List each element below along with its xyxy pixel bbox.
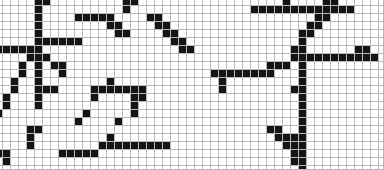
grid-cell-empty[interactable]: [363, 94, 371, 102]
grid-cell-empty[interactable]: [83, 126, 91, 134]
grid-cell-empty[interactable]: [307, 86, 315, 94]
grid-cell-filled[interactable]: [19, 62, 27, 70]
grid-cell-filled[interactable]: [347, 6, 355, 14]
grid-cell-empty[interactable]: [347, 150, 355, 158]
grid-cell-empty[interactable]: [355, 6, 363, 14]
grid-cell-empty[interactable]: [155, 126, 163, 134]
grid-cell-empty[interactable]: [27, 6, 35, 14]
grid-cell-empty[interactable]: [91, 62, 99, 70]
grid-cell-filled[interactable]: [355, 54, 363, 62]
grid-cell-empty[interactable]: [163, 158, 171, 166]
grid-cell-empty[interactable]: [3, 6, 11, 14]
grid-cell-empty[interactable]: [83, 134, 91, 142]
grid-cell-empty[interactable]: [195, 150, 203, 158]
grid-cell-filled[interactable]: [275, 126, 283, 134]
grid-cell-empty[interactable]: [75, 110, 83, 118]
grid-cell-empty[interactable]: [83, 54, 91, 62]
grid-cell-empty[interactable]: [27, 78, 35, 86]
grid-cell-empty[interactable]: [355, 126, 363, 134]
grid-cell-empty[interactable]: [147, 166, 155, 170]
grid-cell-empty[interactable]: [139, 158, 147, 166]
grid-cell-empty[interactable]: [155, 102, 163, 110]
grid-cell-empty[interactable]: [339, 134, 347, 142]
grid-cell-empty[interactable]: [67, 70, 75, 78]
grid-cell-empty[interactable]: [283, 78, 291, 86]
grid-cell-empty[interactable]: [19, 134, 27, 142]
grid-cell-empty[interactable]: [155, 78, 163, 86]
grid-cell-filled[interactable]: [323, 54, 331, 62]
grid-cell-empty[interactable]: [75, 94, 83, 102]
grid-cell-empty[interactable]: [323, 142, 331, 150]
grid-cell-filled[interactable]: [235, 70, 243, 78]
grid-cell-empty[interactable]: [235, 62, 243, 70]
grid-cell-filled[interactable]: [67, 150, 75, 158]
grid-cell-empty[interactable]: [275, 110, 283, 118]
grid-cell-filled[interactable]: [131, 110, 139, 118]
grid-cell-empty[interactable]: [83, 102, 91, 110]
grid-cell-empty[interactable]: [323, 62, 331, 70]
grid-cell-filled[interactable]: [107, 78, 115, 86]
grid-cell-empty[interactable]: [51, 6, 59, 14]
grid-cell-empty[interactable]: [371, 22, 379, 30]
grid-cell-empty[interactable]: [43, 70, 51, 78]
grid-cell-empty[interactable]: [379, 94, 384, 102]
grid-cell-filled[interactable]: [291, 46, 299, 54]
grid-cell-empty[interactable]: [115, 38, 123, 46]
grid-cell-empty[interactable]: [259, 46, 267, 54]
grid-cell-empty[interactable]: [11, 30, 19, 38]
grid-cell-empty[interactable]: [131, 54, 139, 62]
grid-cell-empty[interactable]: [219, 46, 227, 54]
grid-cell-empty[interactable]: [339, 70, 347, 78]
grid-cell-empty[interactable]: [155, 166, 163, 170]
grid-cell-empty[interactable]: [243, 62, 251, 70]
grid-cell-empty[interactable]: [283, 22, 291, 30]
grid-cell-empty[interactable]: [179, 166, 187, 170]
grid-cell-empty[interactable]: [179, 6, 187, 14]
grid-cell-filled[interactable]: [259, 6, 267, 14]
grid-cell-empty[interactable]: [331, 150, 339, 158]
grid-cell-empty[interactable]: [107, 38, 115, 46]
grid-cell-filled[interactable]: [107, 14, 115, 22]
grid-cell-empty[interactable]: [227, 14, 235, 22]
grid-cell-empty[interactable]: [347, 22, 355, 30]
grid-cell-empty[interactable]: [171, 158, 179, 166]
grid-cell-empty[interactable]: [211, 86, 219, 94]
grid-cell-filled[interactable]: [291, 86, 299, 94]
grid-cell-empty[interactable]: [155, 6, 163, 14]
grid-cell-empty[interactable]: [219, 102, 227, 110]
grid-cell-empty[interactable]: [235, 110, 243, 118]
grid-cell-empty[interactable]: [99, 118, 107, 126]
grid-cell-empty[interactable]: [251, 54, 259, 62]
grid-cell-empty[interactable]: [235, 54, 243, 62]
grid-cell-empty[interactable]: [227, 46, 235, 54]
grid-cell-empty[interactable]: [91, 134, 99, 142]
grid-cell-empty[interactable]: [19, 166, 27, 170]
grid-cell-empty[interactable]: [139, 38, 147, 46]
grid-cell-filled[interactable]: [67, 38, 75, 46]
grid-cell-filled[interactable]: [91, 150, 99, 158]
grid-cell-filled[interactable]: [83, 150, 91, 158]
grid-cell-empty[interactable]: [171, 54, 179, 62]
grid-cell-empty[interactable]: [339, 62, 347, 70]
grid-cell-filled[interactable]: [3, 150, 11, 158]
grid-cell-empty[interactable]: [227, 94, 235, 102]
grid-cell-empty[interactable]: [371, 46, 379, 54]
grid-cell-empty[interactable]: [315, 70, 323, 78]
grid-cell-empty[interactable]: [67, 78, 75, 86]
grid-cell-empty[interactable]: [75, 30, 83, 38]
grid-cell-empty[interactable]: [91, 22, 99, 30]
grid-cell-empty[interactable]: [211, 46, 219, 54]
grid-cell-empty[interactable]: [283, 38, 291, 46]
grid-cell-empty[interactable]: [35, 118, 43, 126]
grid-cell-empty[interactable]: [99, 70, 107, 78]
grid-cell-empty[interactable]: [235, 6, 243, 14]
grid-cell-empty[interactable]: [27, 14, 35, 22]
grid-cell-empty[interactable]: [291, 38, 299, 46]
grid-cell-empty[interactable]: [163, 62, 171, 70]
grid-cell-empty[interactable]: [251, 142, 259, 150]
grid-cell-filled[interactable]: [251, 70, 259, 78]
grid-cell-empty[interactable]: [347, 62, 355, 70]
grid-cell-empty[interactable]: [251, 62, 259, 70]
grid-cell-empty[interactable]: [3, 38, 11, 46]
grid-cell-empty[interactable]: [267, 94, 275, 102]
grid-cell-empty[interactable]: [139, 166, 147, 170]
grid-cell-filled[interactable]: [59, 38, 67, 46]
grid-cell-empty[interactable]: [195, 94, 203, 102]
grid-cell-empty[interactable]: [11, 158, 19, 166]
grid-cell-filled[interactable]: [27, 142, 35, 150]
grid-cell-filled[interactable]: [35, 30, 43, 38]
grid-cell-empty[interactable]: [275, 158, 283, 166]
grid-cell-empty[interactable]: [379, 158, 384, 166]
grid-cell-empty[interactable]: [171, 110, 179, 118]
grid-cell-empty[interactable]: [155, 110, 163, 118]
grid-cell-empty[interactable]: [219, 30, 227, 38]
grid-cell-empty[interactable]: [195, 126, 203, 134]
grid-cell-filled[interactable]: [75, 150, 83, 158]
grid-cell-empty[interactable]: [339, 38, 347, 46]
grid-cell-empty[interactable]: [187, 38, 195, 46]
grid-cell-empty[interactable]: [203, 70, 211, 78]
grid-cell-empty[interactable]: [259, 142, 267, 150]
grid-cell-filled[interactable]: [275, 6, 283, 14]
grid-cell-empty[interactable]: [323, 86, 331, 94]
grid-cell-empty[interactable]: [51, 110, 59, 118]
grid-cell-empty[interactable]: [275, 94, 283, 102]
grid-cell-empty[interactable]: [75, 22, 83, 30]
grid-cell-empty[interactable]: [123, 54, 131, 62]
grid-cell-empty[interactable]: [187, 142, 195, 150]
grid-cell-empty[interactable]: [163, 6, 171, 14]
grid-cell-empty[interactable]: [19, 78, 27, 86]
grid-cell-empty[interactable]: [171, 126, 179, 134]
grid-cell-empty[interactable]: [11, 134, 19, 142]
grid-cell-empty[interactable]: [243, 126, 251, 134]
grid-cell-empty[interactable]: [115, 78, 123, 86]
grid-cell-empty[interactable]: [171, 14, 179, 22]
grid-cell-filled[interactable]: [11, 78, 19, 86]
grid-cell-empty[interactable]: [131, 134, 139, 142]
grid-cell-empty[interactable]: [123, 22, 131, 30]
grid-cell-empty[interactable]: [195, 38, 203, 46]
grid-cell-empty[interactable]: [107, 166, 115, 170]
grid-cell-empty[interactable]: [203, 102, 211, 110]
grid-cell-empty[interactable]: [371, 142, 379, 150]
grid-cell-empty[interactable]: [195, 102, 203, 110]
grid-cell-empty[interactable]: [227, 6, 235, 14]
grid-cell-empty[interactable]: [331, 38, 339, 46]
grid-cell-empty[interactable]: [131, 6, 139, 14]
grid-cell-empty[interactable]: [155, 118, 163, 126]
grid-cell-empty[interactable]: [179, 78, 187, 86]
grid-cell-filled[interactable]: [299, 126, 307, 134]
grid-cell-empty[interactable]: [27, 86, 35, 94]
grid-cell-empty[interactable]: [59, 118, 67, 126]
grid-cell-empty[interactable]: [291, 22, 299, 30]
grid-cell-filled[interactable]: [51, 38, 59, 46]
grid-cell-filled[interactable]: [35, 86, 43, 94]
grid-cell-filled[interactable]: [267, 70, 275, 78]
grid-cell-empty[interactable]: [371, 158, 379, 166]
grid-cell-filled[interactable]: [35, 22, 43, 30]
grid-cell-empty[interactable]: [315, 150, 323, 158]
grid-cell-empty[interactable]: [51, 70, 59, 78]
grid-cell-empty[interactable]: [67, 126, 75, 134]
grid-cell-empty[interactable]: [227, 30, 235, 38]
grid-cell-empty[interactable]: [155, 158, 163, 166]
grid-cell-empty[interactable]: [131, 166, 139, 170]
grid-cell-empty[interactable]: [187, 22, 195, 30]
grid-cell-empty[interactable]: [267, 22, 275, 30]
grid-cell-empty[interactable]: [219, 38, 227, 46]
grid-cell-empty[interactable]: [251, 158, 259, 166]
grid-cell-empty[interactable]: [11, 62, 19, 70]
grid-cell-empty[interactable]: [107, 30, 115, 38]
grid-cell-filled[interactable]: [323, 6, 331, 14]
grid-cell-empty[interactable]: [275, 86, 283, 94]
grid-cell-empty[interactable]: [3, 30, 11, 38]
grid-cell-empty[interactable]: [147, 30, 155, 38]
grid-cell-empty[interactable]: [315, 46, 323, 54]
grid-cell-empty[interactable]: [347, 134, 355, 142]
grid-cell-empty[interactable]: [203, 62, 211, 70]
grid-cell-empty[interactable]: [307, 78, 315, 86]
grid-cell-empty[interactable]: [51, 14, 59, 22]
grid-cell-empty[interactable]: [259, 102, 267, 110]
grid-cell-empty[interactable]: [163, 14, 171, 22]
grid-cell-empty[interactable]: [355, 22, 363, 30]
grid-cell-filled[interactable]: [243, 70, 251, 78]
grid-cell-filled[interactable]: [299, 134, 307, 142]
grid-cell-empty[interactable]: [3, 142, 11, 150]
grid-cell-empty[interactable]: [251, 166, 259, 170]
grid-cell-empty[interactable]: [379, 110, 384, 118]
grid-cell-empty[interactable]: [211, 150, 219, 158]
grid-cell-empty[interactable]: [59, 30, 67, 38]
grid-cell-empty[interactable]: [267, 150, 275, 158]
grid-cell-empty[interactable]: [179, 134, 187, 142]
grid-cell-empty[interactable]: [371, 102, 379, 110]
grid-cell-empty[interactable]: [155, 134, 163, 142]
grid-cell-empty[interactable]: [139, 110, 147, 118]
grid-cell-empty[interactable]: [339, 46, 347, 54]
grid-cell-empty[interactable]: [371, 62, 379, 70]
grid-cell-empty[interactable]: [283, 126, 291, 134]
grid-cell-filled[interactable]: [283, 6, 291, 14]
grid-cell-empty[interactable]: [35, 158, 43, 166]
grid-cell-empty[interactable]: [307, 94, 315, 102]
grid-cell-empty[interactable]: [139, 126, 147, 134]
grid-cell-empty[interactable]: [91, 78, 99, 86]
grid-cell-empty[interactable]: [235, 150, 243, 158]
grid-cell-empty[interactable]: [155, 86, 163, 94]
grid-cell-empty[interactable]: [11, 142, 19, 150]
grid-cell-empty[interactable]: [363, 22, 371, 30]
grid-cell-empty[interactable]: [211, 126, 219, 134]
grid-cell-filled[interactable]: [299, 78, 307, 86]
grid-cell-empty[interactable]: [51, 158, 59, 166]
grid-cell-empty[interactable]: [67, 134, 75, 142]
grid-cell-empty[interactable]: [179, 110, 187, 118]
grid-cell-filled[interactable]: [259, 70, 267, 78]
grid-cell-filled[interactable]: [27, 134, 35, 142]
grid-cell-empty[interactable]: [131, 30, 139, 38]
grid-cell-empty[interactable]: [195, 22, 203, 30]
grid-cell-filled[interactable]: [35, 54, 43, 62]
grid-cell-empty[interactable]: [107, 118, 115, 126]
grid-cell-empty[interactable]: [227, 134, 235, 142]
grid-cell-empty[interactable]: [283, 86, 291, 94]
grid-cell-empty[interactable]: [251, 38, 259, 46]
grid-cell-empty[interactable]: [235, 94, 243, 102]
grid-cell-empty[interactable]: [43, 6, 51, 14]
grid-cell-empty[interactable]: [83, 6, 91, 14]
grid-cell-empty[interactable]: [83, 46, 91, 54]
grid-cell-empty[interactable]: [107, 110, 115, 118]
grid-cell-filled[interactable]: [115, 22, 123, 30]
grid-cell-empty[interactable]: [227, 118, 235, 126]
grid-cell-empty[interactable]: [75, 62, 83, 70]
grid-cell-empty[interactable]: [83, 166, 91, 170]
grid-cell-empty[interactable]: [3, 54, 11, 62]
grid-cell-filled[interactable]: [115, 86, 123, 94]
grid-cell-empty[interactable]: [195, 110, 203, 118]
grid-cell-filled[interactable]: [323, 14, 331, 22]
grid-cell-empty[interactable]: [187, 30, 195, 38]
grid-cell-filled[interactable]: [291, 134, 299, 142]
grid-cell-empty[interactable]: [315, 118, 323, 126]
grid-cell-empty[interactable]: [323, 38, 331, 46]
grid-cell-empty[interactable]: [323, 150, 331, 158]
grid-cell-empty[interactable]: [227, 78, 235, 86]
grid-cell-empty[interactable]: [371, 126, 379, 134]
grid-cell-filled[interactable]: [187, 46, 195, 54]
grid-cell-empty[interactable]: [219, 118, 227, 126]
grid-cell-empty[interactable]: [11, 54, 19, 62]
grid-cell-empty[interactable]: [67, 166, 75, 170]
grid-cell-empty[interactable]: [67, 86, 75, 94]
grid-cell-empty[interactable]: [123, 118, 131, 126]
grid-cell-empty[interactable]: [235, 30, 243, 38]
grid-cell-empty[interactable]: [139, 70, 147, 78]
grid-cell-empty[interactable]: [227, 22, 235, 30]
grid-cell-empty[interactable]: [203, 54, 211, 62]
grid-cell-empty[interactable]: [339, 150, 347, 158]
grid-cell-empty[interactable]: [291, 30, 299, 38]
grid-cell-empty[interactable]: [275, 38, 283, 46]
grid-cell-empty[interactable]: [179, 126, 187, 134]
grid-cell-empty[interactable]: [115, 54, 123, 62]
grid-cell-empty[interactable]: [19, 54, 27, 62]
grid-cell-empty[interactable]: [275, 46, 283, 54]
grid-cell-empty[interactable]: [139, 46, 147, 54]
grid-cell-empty[interactable]: [371, 150, 379, 158]
grid-cell-empty[interactable]: [187, 126, 195, 134]
grid-cell-empty[interactable]: [163, 166, 171, 170]
grid-cell-empty[interactable]: [19, 110, 27, 118]
grid-cell-filled[interactable]: [107, 134, 115, 142]
grid-cell-empty[interactable]: [347, 30, 355, 38]
grid-cell-empty[interactable]: [363, 150, 371, 158]
grid-cell-filled[interactable]: [211, 70, 219, 78]
grid-cell-empty[interactable]: [379, 118, 384, 126]
grid-cell-empty[interactable]: [187, 14, 195, 22]
grid-cell-empty[interactable]: [307, 118, 315, 126]
grid-cell-empty[interactable]: [347, 118, 355, 126]
grid-cell-empty[interactable]: [331, 22, 339, 30]
grid-cell-empty[interactable]: [243, 38, 251, 46]
grid-cell-empty[interactable]: [331, 110, 339, 118]
grid-cell-empty[interactable]: [11, 150, 19, 158]
grid-cell-empty[interactable]: [371, 94, 379, 102]
grid-cell-empty[interactable]: [99, 6, 107, 14]
grid-cell-empty[interactable]: [67, 142, 75, 150]
grid-cell-filled[interactable]: [35, 6, 43, 14]
grid-cell-filled[interactable]: [91, 94, 99, 102]
grid-cell-empty[interactable]: [147, 94, 155, 102]
grid-cell-empty[interactable]: [267, 110, 275, 118]
grid-cell-empty[interactable]: [323, 30, 331, 38]
grid-cell-empty[interactable]: [67, 54, 75, 62]
grid-cell-empty[interactable]: [235, 14, 243, 22]
grid-cell-empty[interactable]: [211, 118, 219, 126]
grid-cell-filled[interactable]: [59, 150, 67, 158]
grid-cell-empty[interactable]: [43, 14, 51, 22]
grid-cell-filled[interactable]: [331, 6, 339, 14]
grid-cell-empty[interactable]: [99, 62, 107, 70]
grid-cell-filled[interactable]: [11, 46, 19, 54]
grid-cell-empty[interactable]: [243, 22, 251, 30]
grid-cell-empty[interactable]: [363, 166, 371, 170]
grid-cell-empty[interactable]: [67, 62, 75, 70]
grid-cell-empty[interactable]: [83, 38, 91, 46]
grid-cell-empty[interactable]: [59, 22, 67, 30]
grid-cell-empty[interactable]: [307, 62, 315, 70]
grid-cell-empty[interactable]: [171, 102, 179, 110]
grid-cell-empty[interactable]: [59, 142, 67, 150]
grid-cell-empty[interactable]: [99, 110, 107, 118]
grid-cell-empty[interactable]: [315, 86, 323, 94]
grid-cell-empty[interactable]: [91, 6, 99, 14]
grid-cell-empty[interactable]: [171, 70, 179, 78]
grid-cell-empty[interactable]: [347, 94, 355, 102]
grid-cell-empty[interactable]: [315, 102, 323, 110]
grid-cell-empty[interactable]: [291, 118, 299, 126]
